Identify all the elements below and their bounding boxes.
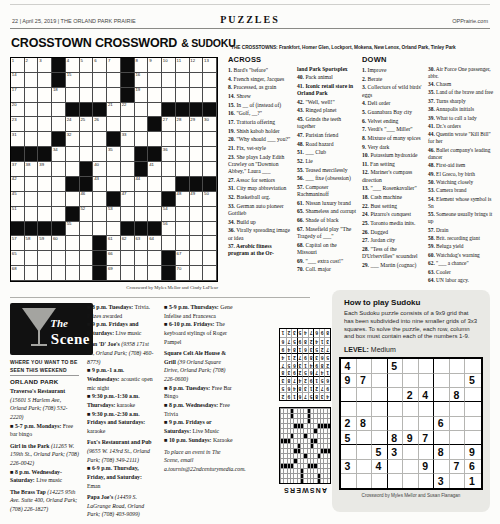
crossword-cell[interactable] bbox=[107, 117, 121, 132]
sudoku-cell[interactable] bbox=[450, 402, 466, 416]
crossword-cell[interactable] bbox=[190, 147, 204, 162]
crossword-cell[interactable]: 42 bbox=[11, 177, 25, 192]
crossword-cell[interactable] bbox=[148, 103, 162, 118]
crossword-cell[interactable] bbox=[80, 236, 94, 251]
crossword-cell[interactable]: 10 bbox=[162, 58, 176, 73]
crossword-cell[interactable] bbox=[52, 266, 66, 281]
sudoku-cell[interactable] bbox=[450, 359, 466, 373]
crossword-cell[interactable]: 39 bbox=[38, 162, 52, 177]
sudoku-cell[interactable] bbox=[341, 474, 357, 488]
crossword-cell[interactable] bbox=[52, 162, 66, 177]
sudoku-cell[interactable] bbox=[419, 474, 435, 488]
crossword-cell[interactable]: 9 bbox=[148, 58, 162, 73]
sudoku-cell[interactable] bbox=[403, 474, 419, 488]
crossword-cell[interactable]: 49 bbox=[190, 192, 204, 207]
crossword-cell[interactable] bbox=[93, 132, 107, 147]
sudoku-cell[interactable]: 5 bbox=[388, 359, 404, 373]
sudoku-cell[interactable] bbox=[372, 474, 388, 488]
crossword-cell[interactable] bbox=[121, 207, 135, 222]
crossword-cell[interactable] bbox=[66, 236, 80, 251]
crossword-cell[interactable]: 25 bbox=[80, 117, 94, 132]
sudoku-cell[interactable]: 9 bbox=[341, 374, 357, 388]
sudoku-cell[interactable] bbox=[341, 388, 357, 402]
crossword-cell[interactable] bbox=[203, 236, 217, 251]
sudoku-cell[interactable] bbox=[465, 359, 481, 373]
crossword-cell[interactable] bbox=[107, 73, 121, 88]
crossword-cell[interactable]: 58 bbox=[25, 236, 39, 251]
crossword-cell bbox=[300, 463, 303, 468]
crossword-cell[interactable] bbox=[148, 266, 162, 281]
crossword-cell[interactable] bbox=[176, 88, 190, 103]
website-url[interactable]: OPPrairie.com bbox=[452, 18, 488, 24]
sudoku-cell[interactable] bbox=[419, 417, 435, 431]
crossword-cell[interactable] bbox=[38, 207, 52, 222]
crossword-cell[interactable]: 47 bbox=[121, 192, 135, 207]
sudoku-cell[interactable] bbox=[465, 388, 481, 402]
crossword-cell[interactable]: 66 bbox=[107, 251, 121, 266]
crossword-cell[interactable]: 62 bbox=[121, 236, 135, 251]
sudoku-cell[interactable] bbox=[357, 388, 373, 402]
crossword-cell[interactable] bbox=[190, 88, 204, 103]
crossword-cell[interactable] bbox=[25, 207, 39, 222]
crossword-cell[interactable] bbox=[38, 192, 52, 207]
crossword-cell[interactable] bbox=[176, 222, 190, 237]
sudoku-cell[interactable]: 3 bbox=[388, 445, 404, 459]
crossword-cell[interactable] bbox=[25, 192, 39, 207]
clue-18: 18. Cash machine bbox=[362, 194, 423, 201]
crossword-cell[interactable]: 8 bbox=[135, 58, 149, 73]
sudoku-cell[interactable] bbox=[403, 460, 419, 474]
crossword-cell[interactable] bbox=[190, 251, 204, 266]
sudoku-cell[interactable] bbox=[372, 388, 388, 402]
crossword-cell[interactable] bbox=[203, 207, 217, 222]
sudoku-cell[interactable] bbox=[357, 474, 373, 488]
crossword-cell[interactable]: 65 bbox=[11, 251, 25, 266]
sudoku-cell[interactable] bbox=[450, 431, 466, 445]
crossword-cell[interactable]: 24 bbox=[66, 117, 80, 132]
crossword-cell[interactable] bbox=[190, 73, 204, 88]
crossword-cell[interactable] bbox=[52, 251, 66, 266]
sudoku-cell[interactable]: 7 bbox=[419, 431, 435, 445]
crossword-cell[interactable] bbox=[135, 192, 149, 207]
crossword-cell[interactable]: 61 bbox=[107, 236, 121, 251]
sudoku-cell[interactable] bbox=[465, 402, 481, 416]
sudoku-cell[interactable] bbox=[341, 445, 357, 459]
crossword-cell[interactable] bbox=[93, 73, 107, 88]
sudoku-cell[interactable] bbox=[465, 431, 481, 445]
sudoku-cell[interactable]: 6 bbox=[434, 417, 450, 431]
crossword-cell[interactable] bbox=[93, 147, 107, 162]
crossword-cell[interactable] bbox=[135, 251, 149, 266]
sudoku-cell[interactable]: 2 bbox=[403, 388, 419, 402]
sudoku-cell[interactable]: 8 bbox=[434, 445, 450, 459]
crossword-cell[interactable] bbox=[38, 266, 52, 281]
crossword-cell[interactable]: 41 bbox=[148, 162, 162, 177]
crossword-cell[interactable]: 55 bbox=[66, 222, 80, 237]
sudoku-cell[interactable] bbox=[419, 402, 435, 416]
crossword-cell[interactable] bbox=[176, 162, 190, 177]
crossword-cell[interactable]: 18 bbox=[52, 88, 66, 103]
crossword-cell[interactable] bbox=[25, 266, 39, 281]
sudoku-cell[interactable]: 1 bbox=[465, 474, 481, 488]
clue-58: 58. Brit. recording giant bbox=[428, 235, 494, 242]
sudoku-cell: 2 bbox=[280, 392, 286, 400]
sudoku-cell[interactable] bbox=[388, 460, 404, 474]
crossword-cell[interactable]: 51 bbox=[11, 207, 25, 222]
crossword-cell[interactable] bbox=[148, 177, 162, 192]
crossword-cell[interactable] bbox=[38, 132, 52, 147]
sudoku-cell[interactable] bbox=[357, 460, 373, 474]
sudoku-cell[interactable] bbox=[372, 374, 388, 388]
crossword-cell[interactable] bbox=[80, 222, 94, 237]
crossword-cell[interactable] bbox=[176, 236, 190, 251]
sudoku-cell[interactable] bbox=[403, 359, 419, 373]
sudoku-cell[interactable] bbox=[450, 417, 466, 431]
sudoku-grid[interactable]: 45975248286589753893497631 bbox=[339, 357, 483, 490]
crossword-cell[interactable] bbox=[203, 132, 217, 147]
crossword-cell[interactable] bbox=[176, 147, 190, 162]
crossword-black-cell bbox=[310, 438, 313, 443]
crossword-cell-number: 4 bbox=[67, 58, 69, 63]
crossword-cell[interactable] bbox=[190, 236, 204, 251]
sudoku-cell[interactable] bbox=[434, 388, 450, 402]
crossword-cell[interactable] bbox=[107, 162, 121, 177]
crossword-cell bbox=[303, 438, 306, 443]
sudoku-cell[interactable] bbox=[434, 402, 450, 416]
crossword-cell[interactable]: 67 bbox=[176, 251, 190, 266]
crossword-cell[interactable]: 57 bbox=[11, 236, 25, 251]
crossword-cell[interactable] bbox=[80, 266, 94, 281]
crossword-cell[interactable]: 38 bbox=[25, 162, 39, 177]
crossword-cell[interactable] bbox=[38, 117, 52, 132]
crossword-cell bbox=[280, 408, 283, 413]
venue-event: ■ 5-9 p.m. Thursdays: Gene Infelise and … bbox=[164, 303, 233, 320]
crossword-cell[interactable]: 34 bbox=[52, 147, 66, 162]
crossword-cell[interactable] bbox=[25, 73, 39, 88]
sudoku-cell[interactable] bbox=[419, 374, 435, 388]
crossword-cell[interactable] bbox=[190, 266, 204, 281]
crossword-cell[interactable]: 15 bbox=[66, 73, 80, 88]
crossword-cell[interactable] bbox=[66, 251, 80, 266]
sudoku-cell[interactable]: 7 bbox=[450, 460, 466, 474]
sudoku-cell[interactable]: 3 bbox=[341, 460, 357, 474]
crossword-cell[interactable]: 32 bbox=[66, 132, 80, 147]
crossword-cell[interactable] bbox=[135, 117, 149, 132]
crossword-cell[interactable]: 12 bbox=[190, 58, 204, 73]
crossword-cell[interactable] bbox=[52, 103, 66, 118]
crossword-cell[interactable]: 63 bbox=[135, 236, 149, 251]
sudoku-cell[interactable]: 4 bbox=[419, 388, 435, 402]
crossword-cell[interactable] bbox=[80, 132, 94, 147]
sudoku-cell[interactable] bbox=[372, 431, 388, 445]
crossword-cell bbox=[327, 408, 330, 413]
sudoku-cell[interactable] bbox=[465, 417, 481, 431]
crossword-cell bbox=[290, 453, 293, 458]
crossword-cell[interactable]: 11 bbox=[176, 58, 190, 73]
crossword-cell[interactable] bbox=[93, 192, 107, 207]
crossword-cell[interactable] bbox=[203, 222, 217, 237]
crossword-cell[interactable] bbox=[107, 222, 121, 237]
crossword-cell[interactable] bbox=[203, 147, 217, 162]
crossword-cell bbox=[290, 448, 293, 453]
sudoku-cell[interactable]: 4 bbox=[372, 460, 388, 474]
crossword-cell[interactable]: 60 bbox=[52, 236, 66, 251]
crossword-cell[interactable] bbox=[38, 73, 52, 88]
crossword-cell[interactable] bbox=[52, 192, 66, 207]
sudoku-cell[interactable] bbox=[388, 402, 404, 416]
crossword-cell bbox=[280, 453, 283, 458]
crossword-cell[interactable] bbox=[25, 177, 39, 192]
crossword-cell[interactable]: 3 bbox=[38, 58, 52, 73]
crossword-cell[interactable] bbox=[203, 73, 217, 88]
sudoku-cell[interactable]: 8 bbox=[357, 417, 373, 431]
crossword-cell[interactable] bbox=[66, 266, 80, 281]
crossword-cell[interactable]: 14 bbox=[11, 73, 25, 88]
sudoku-cell[interactable]: 8 bbox=[388, 431, 404, 445]
sudoku-cell[interactable] bbox=[357, 431, 373, 445]
sudoku-cell: 4 bbox=[291, 384, 297, 392]
crossword-cell[interactable]: 70 bbox=[176, 266, 190, 281]
crossword-cell bbox=[290, 443, 293, 448]
crossword-cell[interactable]: 40 bbox=[93, 162, 107, 177]
crossword-cell[interactable] bbox=[190, 162, 204, 177]
crossword-cell[interactable] bbox=[93, 88, 107, 103]
crossword-cell[interactable]: 7 bbox=[107, 58, 121, 73]
sudoku-cell[interactable] bbox=[388, 417, 404, 431]
crossword-cell[interactable]: 30 bbox=[203, 117, 217, 132]
sudoku-cell[interactable]: 6 bbox=[465, 460, 481, 474]
crossword-cell[interactable] bbox=[162, 132, 176, 147]
crossword-cell-number: 31 bbox=[12, 132, 17, 137]
crossword-cell[interactable] bbox=[80, 73, 94, 88]
sudoku-cell[interactable] bbox=[434, 460, 450, 474]
crossword-cell[interactable]: 19 bbox=[135, 88, 149, 103]
crossword-cell bbox=[300, 448, 303, 453]
sudoku-cell[interactable] bbox=[419, 445, 435, 459]
crossword-cell[interactable] bbox=[176, 207, 190, 222]
crossword-cell[interactable] bbox=[190, 132, 204, 147]
clue-27: 27. Assoc for seniors bbox=[228, 177, 292, 184]
sudoku-cell[interactable]: 5 bbox=[465, 374, 481, 388]
crossword-cell[interactable]: 69 bbox=[107, 266, 121, 281]
sudoku-cell[interactable]: 3 bbox=[434, 474, 450, 488]
crossword-cell[interactable] bbox=[162, 236, 176, 251]
sudoku-cell[interactable] bbox=[403, 417, 419, 431]
sudoku-cell[interactable] bbox=[403, 445, 419, 459]
crossword-cell[interactable] bbox=[25, 88, 39, 103]
sudoku-cell[interactable]: 5 bbox=[341, 431, 357, 445]
crossword-cell[interactable] bbox=[135, 266, 149, 281]
crossword-cell[interactable]: 26 bbox=[93, 117, 107, 132]
crossword-cell[interactable] bbox=[66, 162, 80, 177]
crossword-cell-number: 34 bbox=[53, 147, 58, 152]
crossword-cell[interactable]: 46 bbox=[80, 192, 94, 207]
sudoku-cell[interactable] bbox=[357, 359, 373, 373]
crossword-cell bbox=[287, 443, 290, 448]
crossword-cell[interactable]: 48 bbox=[176, 192, 190, 207]
crossword-cell bbox=[283, 443, 286, 448]
crossword-cell[interactable] bbox=[25, 251, 39, 266]
crossword-cell[interactable]: 45 bbox=[11, 192, 25, 207]
crossword-cell[interactable]: 50 bbox=[203, 192, 217, 207]
crossword-cell[interactable]: 13 bbox=[203, 58, 217, 73]
crossword-cell[interactable] bbox=[203, 88, 217, 103]
crossword-cell[interactable] bbox=[135, 103, 149, 118]
crossword-cell[interactable]: 21 bbox=[107, 103, 121, 118]
crossword-cell[interactable] bbox=[176, 73, 190, 88]
sudoku-cell[interactable] bbox=[434, 431, 450, 445]
crossword-cell[interactable] bbox=[162, 73, 176, 88]
crossword-black-cell bbox=[310, 463, 313, 468]
venue-event: ■ 9:30 p.m.-1:30 a.m. Thursdays: karaoke bbox=[87, 392, 156, 409]
crossword-cell[interactable]: 6 bbox=[93, 58, 107, 73]
sudoku-cell[interactable]: 9 bbox=[465, 445, 481, 459]
crossword-cell[interactable] bbox=[107, 177, 121, 192]
crossword-cell-number: 3 bbox=[39, 58, 41, 63]
crossword-cell[interactable] bbox=[148, 73, 162, 88]
crossword-cell[interactable]: 52 bbox=[80, 207, 94, 222]
crossword-cell[interactable]: 23 bbox=[11, 117, 25, 132]
crossword-cell[interactable]: 37 bbox=[11, 162, 25, 177]
sudoku-cell[interactable]: 4 bbox=[341, 359, 357, 373]
crossword-cell[interactable]: 31 bbox=[11, 132, 25, 147]
sudoku-cell[interactable]: 9 bbox=[419, 460, 435, 474]
crossword-cell[interactable] bbox=[66, 88, 80, 103]
crossword-black-cell bbox=[303, 453, 306, 458]
clue-42: 42. "Well, well!" bbox=[297, 99, 357, 106]
crossword-grid[interactable]: 1234567891011121314151617181920212223242… bbox=[10, 57, 218, 282]
crossword-cell[interactable] bbox=[25, 132, 39, 147]
crossword-cell[interactable] bbox=[25, 117, 39, 132]
sudoku-cell[interactable] bbox=[403, 402, 419, 416]
crossword-cell[interactable]: 22 bbox=[121, 103, 135, 118]
sudoku-cell[interactable]: 5 bbox=[372, 445, 388, 459]
crossword-cell[interactable]: 53 bbox=[107, 207, 121, 222]
crossword-cell[interactable]: 29 bbox=[190, 117, 204, 132]
sudoku-cell[interactable] bbox=[372, 402, 388, 416]
crossword-cell[interactable]: 43 bbox=[93, 177, 107, 192]
sudoku-cell[interactable] bbox=[450, 445, 466, 459]
sudoku-cell[interactable] bbox=[357, 445, 373, 459]
crossword-cell[interactable] bbox=[38, 177, 52, 192]
crossword-cell[interactable] bbox=[52, 207, 66, 222]
crossword-cell bbox=[317, 463, 320, 468]
sudoku-cell[interactable] bbox=[388, 474, 404, 488]
crossword-cell[interactable]: 35 bbox=[107, 147, 121, 162]
crossword-cell[interactable] bbox=[52, 177, 66, 192]
crossword-cell[interactable] bbox=[135, 132, 149, 147]
crossword-cell[interactable] bbox=[148, 132, 162, 147]
sudoku-cell[interactable]: 8 bbox=[450, 388, 466, 402]
crossword-cell[interactable]: 59 bbox=[38, 236, 52, 251]
sudoku-cell[interactable] bbox=[450, 474, 466, 488]
crossword-cell[interactable] bbox=[38, 103, 52, 118]
crossword-cell[interactable]: 68 bbox=[11, 266, 25, 281]
crossword-cell[interactable]: 27 bbox=[162, 117, 176, 132]
crossword-cell bbox=[313, 423, 316, 428]
crossword-cell[interactable] bbox=[80, 88, 94, 103]
crossword-cell[interactable] bbox=[66, 147, 80, 162]
sudoku-cell[interactable]: 9 bbox=[403, 431, 419, 445]
crossword-cell[interactable] bbox=[121, 147, 135, 162]
crossword-cell[interactable]: 17 bbox=[11, 88, 25, 103]
crossword-cell[interactable] bbox=[52, 117, 66, 132]
crossword-cell[interactable]: 4 bbox=[66, 58, 80, 73]
sudoku-cell[interactable]: 2 bbox=[341, 417, 357, 431]
crossword-cell[interactable] bbox=[25, 103, 39, 118]
sudoku-cell[interactable] bbox=[434, 359, 450, 373]
crossword-cell[interactable] bbox=[107, 88, 121, 103]
crossword-cell[interactable] bbox=[93, 222, 107, 237]
sudoku-cell[interactable] bbox=[434, 374, 450, 388]
crossword-cell[interactable] bbox=[38, 88, 52, 103]
crossword-cell[interactable] bbox=[176, 132, 190, 147]
crossword-cell[interactable] bbox=[121, 117, 135, 132]
crossword-cell bbox=[300, 433, 303, 438]
crossword-cell[interactable]: 64 bbox=[148, 236, 162, 251]
crossword-cell[interactable]: 36 bbox=[162, 147, 176, 162]
crossword-cell[interactable]: 56 bbox=[162, 222, 176, 237]
sudoku-cell[interactable] bbox=[388, 374, 404, 388]
crossword-cell[interactable] bbox=[148, 207, 162, 222]
crossword-cell[interactable] bbox=[121, 251, 135, 266]
crossword-cell[interactable]: 5 bbox=[80, 58, 94, 73]
crossword-cell[interactable] bbox=[148, 251, 162, 266]
sudoku-cell[interactable] bbox=[450, 374, 466, 388]
crossword-cell[interactable]: 1 bbox=[11, 58, 25, 73]
crossword-cell[interactable] bbox=[190, 222, 204, 237]
sudoku-cell[interactable] bbox=[357, 402, 373, 416]
crossword-cell[interactable] bbox=[190, 207, 204, 222]
crossword-cell[interactable]: 54 bbox=[162, 207, 176, 222]
crossword-cell[interactable] bbox=[162, 88, 176, 103]
crossword-cell[interactable] bbox=[121, 266, 135, 281]
crossword-cell[interactable] bbox=[148, 88, 162, 103]
crossword-cell[interactable]: 28 bbox=[176, 117, 190, 132]
crossword-cell[interactable] bbox=[93, 207, 107, 222]
sudoku-cell[interactable]: 7 bbox=[357, 374, 373, 388]
sudoku-cell[interactable] bbox=[341, 402, 357, 416]
crossword-cell[interactable] bbox=[121, 162, 135, 177]
crossword-cell[interactable]: 2 bbox=[25, 58, 39, 73]
crossword-cell[interactable] bbox=[203, 266, 217, 281]
crossword-cell[interactable] bbox=[203, 251, 217, 266]
crossword-cell[interactable] bbox=[162, 177, 176, 192]
sudoku-cell[interactable] bbox=[419, 359, 435, 373]
crossword-cell[interactable] bbox=[38, 251, 52, 266]
crossword-cell[interactable] bbox=[135, 207, 149, 222]
crossword-cell[interactable]: 44 bbox=[135, 177, 149, 192]
crossword-cell[interactable]: 16 bbox=[135, 73, 149, 88]
crossword-cell[interactable] bbox=[121, 177, 135, 192]
sudoku-cell[interactable] bbox=[372, 359, 388, 373]
crossword-cell-number: 42 bbox=[12, 176, 17, 181]
crossword-cell[interactable] bbox=[162, 162, 176, 177]
crossword-cell[interactable] bbox=[80, 251, 94, 266]
crossword-cell bbox=[300, 438, 303, 443]
crossword-cell[interactable]: 33 bbox=[121, 132, 135, 147]
scene-logo-spacer bbox=[10, 303, 79, 375]
sudoku-cell[interactable] bbox=[372, 417, 388, 431]
crossword-cell[interactable]: 20 bbox=[11, 103, 25, 118]
crossword-cell[interactable] bbox=[203, 162, 217, 177]
crossword-cell[interactable] bbox=[80, 147, 94, 162]
crossword-cell[interactable] bbox=[66, 192, 80, 207]
sudoku-cell[interactable] bbox=[403, 374, 419, 388]
crossword-cell[interactable] bbox=[148, 192, 162, 207]
crossword-cell bbox=[297, 428, 300, 433]
sudoku-cell[interactable] bbox=[388, 388, 404, 402]
